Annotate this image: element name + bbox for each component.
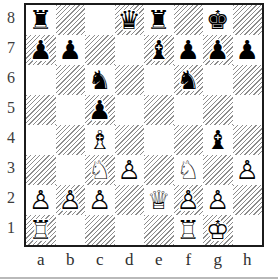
- square-f1: ♜♖: [174, 215, 204, 245]
- piece-glyph: ♟: [85, 95, 115, 125]
- piece-glyph: ♝: [203, 125, 233, 155]
- piece-bB-g4: ♝♝: [203, 125, 233, 155]
- piece-wP-g2: ♟♙: [203, 185, 233, 215]
- piece-bQ-d8: ♛♛: [115, 5, 145, 35]
- square-c7: [85, 35, 115, 65]
- piece-glyph: ♙: [56, 185, 86, 215]
- square-f8: [174, 5, 204, 35]
- square-h7: ♟♟: [233, 35, 263, 65]
- piece-wP-a2: ♟♙: [26, 185, 56, 215]
- square-d3: ♟♙: [115, 155, 145, 185]
- piece-wP-d3: ♟♙: [115, 155, 145, 185]
- square-c3: ♞♘: [85, 155, 115, 185]
- square-g5: [203, 95, 233, 125]
- piece-glyph: ♕: [144, 185, 174, 215]
- piece-glyph: ♖: [26, 215, 56, 245]
- piece-wP-h3: ♟♙: [233, 155, 263, 185]
- piece-glyph: ♝: [144, 35, 174, 65]
- square-c4: ♝♗: [85, 125, 115, 155]
- square-e4: [144, 125, 174, 155]
- square-d5: [115, 95, 145, 125]
- piece-bN-c6: ♞♞: [85, 65, 115, 95]
- rank-label-3: 3: [0, 153, 22, 183]
- square-f6: ♞♞: [174, 65, 204, 95]
- square-d4: [115, 125, 145, 155]
- square-b3: [56, 155, 86, 185]
- square-c5: ♟♟: [85, 95, 115, 125]
- piece-glyph: ♟: [26, 35, 56, 65]
- square-e7: ♝♝: [144, 35, 174, 65]
- file-labels: abcdefgh: [26, 247, 262, 273]
- square-c8: [85, 5, 115, 35]
- square-e1: [144, 215, 174, 245]
- piece-bP-c5: ♟♟: [85, 95, 115, 125]
- square-d7: [115, 35, 145, 65]
- chess-board: ♜♜♛♛♜♜♚♚♟♟♟♟♝♝♟♟♟♟♟♟♞♞♞♞♟♟♝♗♝♝♞♘♟♙♞♘♟♙♟♙…: [24, 3, 264, 247]
- square-b1: [56, 215, 86, 245]
- square-c1: [85, 215, 115, 245]
- piece-glyph: ♜: [144, 5, 174, 35]
- square-g7: ♟♟: [203, 35, 233, 65]
- piece-glyph: ♜: [26, 5, 56, 35]
- square-a8: ♜♜: [26, 5, 56, 35]
- piece-bP-a7: ♟♟: [26, 35, 56, 65]
- piece-wK-g1: ♚♔: [203, 215, 233, 245]
- square-h3: ♟♙: [233, 155, 263, 185]
- square-h8: [233, 5, 263, 35]
- file-label-e: e: [144, 247, 174, 273]
- rank-labels: 87654321: [0, 3, 22, 243]
- piece-glyph: ♙: [203, 185, 233, 215]
- rank-label-6: 6: [0, 63, 22, 93]
- square-a4: [26, 125, 56, 155]
- rank-label-1: 1: [0, 213, 22, 243]
- square-g8: ♚♚: [203, 5, 233, 35]
- square-b2: ♟♙: [56, 185, 86, 215]
- piece-glyph: ♙: [174, 185, 204, 215]
- piece-wP-b2: ♟♙: [56, 185, 86, 215]
- square-d2: [115, 185, 145, 215]
- piece-bP-f7: ♟♟: [174, 35, 204, 65]
- square-e8: ♜♜: [144, 5, 174, 35]
- square-f2: ♟♙: [174, 185, 204, 215]
- square-g3: [203, 155, 233, 185]
- piece-bN-f6: ♞♞: [174, 65, 204, 95]
- square-b5: [56, 95, 86, 125]
- rank-label-5: 5: [0, 93, 22, 123]
- square-b4: [56, 125, 86, 155]
- piece-glyph: ♟: [203, 35, 233, 65]
- file-label-d: d: [115, 247, 145, 273]
- square-d8: ♛♛: [115, 5, 145, 35]
- piece-glyph: ♗: [85, 125, 115, 155]
- square-f7: ♟♟: [174, 35, 204, 65]
- piece-bB-e7: ♝♝: [144, 35, 174, 65]
- square-e3: [144, 155, 174, 185]
- piece-glyph: ♘: [174, 155, 204, 185]
- square-f3: ♞♘: [174, 155, 204, 185]
- rank-label-8: 8: [0, 3, 22, 33]
- piece-glyph: ♞: [85, 65, 115, 95]
- piece-wN-c3: ♞♘: [85, 155, 115, 185]
- square-a6: [26, 65, 56, 95]
- piece-glyph: ♙: [26, 185, 56, 215]
- piece-glyph: ♟: [233, 35, 263, 65]
- square-c6: ♞♞: [85, 65, 115, 95]
- piece-wP-c2: ♟♙: [85, 185, 115, 215]
- piece-wR-a1: ♜♖: [26, 215, 56, 245]
- square-h6: [233, 65, 263, 95]
- piece-glyph: ♟: [174, 35, 204, 65]
- rank-label-7: 7: [0, 33, 22, 63]
- file-label-g: g: [203, 247, 233, 273]
- square-h4: [233, 125, 263, 155]
- rank-label-4: 4: [0, 123, 22, 153]
- piece-bR-a8: ♜♜: [26, 5, 56, 35]
- square-f4: [174, 125, 204, 155]
- square-f5: [174, 95, 204, 125]
- piece-glyph: ♖: [174, 215, 204, 245]
- piece-wB-c4: ♝♗: [85, 125, 115, 155]
- piece-wN-f3: ♞♘: [174, 155, 204, 185]
- square-b7: ♟♟: [56, 35, 86, 65]
- chess-diagram: 87654321 ♜♜♛♛♜♜♚♚♟♟♟♟♝♝♟♟♟♟♟♟♞♞♞♞♟♟♝♗♝♝♞…: [0, 0, 278, 280]
- square-e5: [144, 95, 174, 125]
- file-label-h: h: [233, 247, 263, 273]
- file-label-c: c: [85, 247, 115, 273]
- piece-glyph: ♟: [56, 35, 86, 65]
- piece-wR-f1: ♜♖: [174, 215, 204, 245]
- square-b6: [56, 65, 86, 95]
- square-h1: [233, 215, 263, 245]
- piece-bP-b7: ♟♟: [56, 35, 86, 65]
- square-a1: ♜♖: [26, 215, 56, 245]
- piece-wP-f2: ♟♙: [174, 185, 204, 215]
- file-label-b: b: [56, 247, 86, 273]
- piece-wQ-e2: ♛♕: [144, 185, 174, 215]
- file-label-f: f: [174, 247, 204, 273]
- square-c2: ♟♙: [85, 185, 115, 215]
- piece-bK-g8: ♚♚: [203, 5, 233, 35]
- square-g6: [203, 65, 233, 95]
- square-h5: [233, 95, 263, 125]
- square-a2: ♟♙: [26, 185, 56, 215]
- piece-glyph: ♙: [233, 155, 263, 185]
- square-e6: [144, 65, 174, 95]
- square-g1: ♚♔: [203, 215, 233, 245]
- piece-bP-g7: ♟♟: [203, 35, 233, 65]
- square-e2: ♛♕: [144, 185, 174, 215]
- piece-glyph: ♞: [174, 65, 204, 95]
- piece-glyph: ♚: [203, 5, 233, 35]
- piece-glyph: ♘: [85, 155, 115, 185]
- piece-glyph: ♙: [85, 185, 115, 215]
- square-b8: [56, 5, 86, 35]
- square-d6: [115, 65, 145, 95]
- square-h2: [233, 185, 263, 215]
- piece-bP-h7: ♟♟: [233, 35, 263, 65]
- piece-glyph: ♔: [203, 215, 233, 245]
- piece-bR-e8: ♜♜: [144, 5, 174, 35]
- square-a5: [26, 95, 56, 125]
- piece-glyph: ♙: [115, 155, 145, 185]
- page-rule-divider: [0, 277, 278, 279]
- square-a7: ♟♟: [26, 35, 56, 65]
- square-g4: ♝♝: [203, 125, 233, 155]
- square-a3: [26, 155, 56, 185]
- file-label-a: a: [26, 247, 56, 273]
- square-d1: [115, 215, 145, 245]
- rank-label-2: 2: [0, 183, 22, 213]
- square-g2: ♟♙: [203, 185, 233, 215]
- piece-glyph: ♛: [115, 5, 145, 35]
